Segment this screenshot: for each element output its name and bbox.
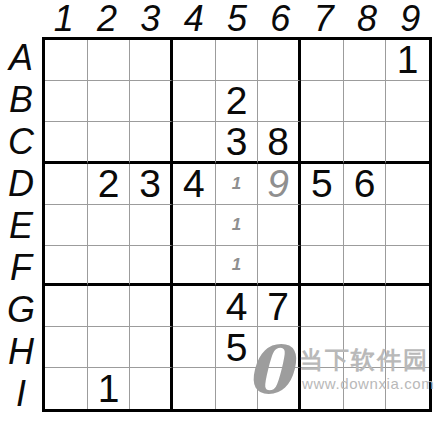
cell-A2[interactable] <box>88 40 131 81</box>
cell-I3[interactable] <box>130 368 173 409</box>
cell-B8[interactable] <box>344 81 387 122</box>
cell-C1[interactable] <box>45 122 88 164</box>
given-digit: 4 <box>183 164 205 203</box>
cell-I1[interactable] <box>45 368 88 409</box>
cell-C9[interactable] <box>386 122 429 164</box>
given-digit: 8 <box>267 122 289 161</box>
cell-I2[interactable]: 1 <box>88 368 131 409</box>
column-label-9: 9 <box>389 1 432 35</box>
cell-C5[interactable]: 3 <box>216 122 259 164</box>
cell-E3[interactable] <box>130 205 173 246</box>
given-digit: 7 <box>267 287 289 326</box>
column-label-5: 5 <box>215 1 258 35</box>
cell-G9[interactable] <box>386 286 429 327</box>
cell-B2[interactable] <box>88 81 131 122</box>
cell-I7[interactable] <box>301 368 344 409</box>
cell-I8[interactable] <box>344 368 387 409</box>
entered-digit: 9 <box>267 164 289 203</box>
column-label-8: 8 <box>345 1 388 35</box>
cell-A1[interactable] <box>45 40 88 81</box>
cell-D2[interactable]: 2 <box>88 164 131 205</box>
cell-D8[interactable]: 6 <box>344 164 387 205</box>
cell-E2[interactable] <box>88 205 131 246</box>
cell-F5[interactable]: 1 <box>216 246 259 287</box>
cell-D7[interactable]: 5 <box>301 164 344 205</box>
cell-H9[interactable] <box>386 327 429 368</box>
cell-A6[interactable] <box>258 40 301 81</box>
row-label-I: I <box>2 373 40 415</box>
row-label-B: B <box>2 79 40 121</box>
cell-G2[interactable] <box>88 286 131 327</box>
cell-D1[interactable] <box>45 164 88 205</box>
cell-I9[interactable] <box>386 368 429 409</box>
cell-F4[interactable] <box>173 246 216 287</box>
cell-H6[interactable] <box>258 327 301 368</box>
cell-A8[interactable] <box>344 40 387 81</box>
cell-E6[interactable] <box>258 205 301 246</box>
pencil-digit: 1 <box>232 216 241 233</box>
row-label-F: F <box>2 247 40 289</box>
cell-E8[interactable] <box>344 205 387 246</box>
cell-F3[interactable] <box>130 246 173 287</box>
cell-I6[interactable] <box>258 368 301 409</box>
cell-F7[interactable] <box>301 246 344 287</box>
given-digit: 3 <box>139 164 161 203</box>
cell-D3[interactable]: 3 <box>130 164 173 205</box>
cell-E1[interactable] <box>45 205 88 246</box>
cell-C8[interactable] <box>344 122 387 164</box>
row-label-D: D <box>2 163 40 205</box>
cell-H4[interactable] <box>173 327 216 368</box>
column-label-7: 7 <box>302 1 345 35</box>
column-labels: 123456789 <box>42 1 432 35</box>
cell-I4[interactable] <box>173 368 216 409</box>
cell-E7[interactable] <box>301 205 344 246</box>
row-labels: ABCDEFGHI <box>2 37 40 412</box>
cell-F2[interactable] <box>88 246 131 287</box>
given-digit: 5 <box>226 328 248 367</box>
cell-G6[interactable]: 7 <box>258 286 301 327</box>
cell-B7[interactable] <box>301 81 344 122</box>
cell-B3[interactable] <box>130 81 173 122</box>
cell-H3[interactable] <box>130 327 173 368</box>
row-label-E: E <box>2 205 40 247</box>
row-label-H: H <box>2 331 40 373</box>
cell-G1[interactable] <box>45 286 88 327</box>
cell-D5[interactable]: 1 <box>216 164 259 205</box>
sudoku-board[interactable]: 12382341956114751 <box>42 37 432 412</box>
given-digit: 4 <box>226 287 248 326</box>
pencil-digit: 1 <box>232 175 241 192</box>
row-label-G: G <box>2 289 40 331</box>
cell-B6[interactable] <box>258 81 301 122</box>
cell-D6[interactable]: 9 <box>258 164 301 205</box>
column-label-2: 2 <box>85 1 128 35</box>
cell-I5[interactable] <box>216 368 259 409</box>
cell-H1[interactable] <box>45 327 88 368</box>
cell-A4[interactable] <box>173 40 216 81</box>
given-digit: 6 <box>354 164 376 203</box>
given-digit: 3 <box>226 122 248 161</box>
cell-F1[interactable] <box>45 246 88 287</box>
cell-E4[interactable] <box>173 205 216 246</box>
cell-H5[interactable]: 5 <box>216 327 259 368</box>
cell-A9[interactable]: 1 <box>386 40 429 81</box>
given-digit: 5 <box>311 164 333 203</box>
cell-B5[interactable]: 2 <box>216 81 259 122</box>
cell-C7[interactable] <box>301 122 344 164</box>
cell-B1[interactable] <box>45 81 88 122</box>
cell-C6[interactable]: 8 <box>258 122 301 164</box>
pencil-digit: 1 <box>232 256 241 273</box>
row-label-C: C <box>2 121 40 163</box>
cell-G3[interactable] <box>130 286 173 327</box>
cell-G7[interactable] <box>301 286 344 327</box>
given-digit: 1 <box>397 40 419 79</box>
column-label-1: 1 <box>42 1 85 35</box>
cell-H8[interactable] <box>344 327 387 368</box>
cell-B4[interactable] <box>173 81 216 122</box>
cell-E9[interactable] <box>386 205 429 246</box>
cell-A5[interactable] <box>216 40 259 81</box>
cell-H2[interactable] <box>88 327 131 368</box>
cell-D9[interactable] <box>386 164 429 205</box>
cell-C4[interactable] <box>173 122 216 164</box>
cell-G8[interactable] <box>344 286 387 327</box>
cell-C3[interactable] <box>130 122 173 164</box>
cell-F6[interactable] <box>258 246 301 287</box>
cell-H7[interactable] <box>301 327 344 368</box>
cell-F8[interactable] <box>344 246 387 287</box>
given-digit: 2 <box>226 81 248 120</box>
cell-C2[interactable] <box>88 122 131 164</box>
cell-A7[interactable] <box>301 40 344 81</box>
row-label-A: A <box>2 37 40 79</box>
cell-G4[interactable] <box>173 286 216 327</box>
cell-B9[interactable] <box>386 81 429 122</box>
column-label-4: 4 <box>172 1 215 35</box>
column-label-3: 3 <box>129 1 172 35</box>
cell-F9[interactable] <box>386 246 429 287</box>
cell-G5[interactable]: 4 <box>216 286 259 327</box>
cell-E5[interactable]: 1 <box>216 205 259 246</box>
column-label-6: 6 <box>259 1 302 35</box>
given-digit: 1 <box>98 369 120 408</box>
given-digit: 2 <box>98 164 120 203</box>
cell-A3[interactable] <box>130 40 173 81</box>
cell-D4[interactable]: 4 <box>173 164 216 205</box>
